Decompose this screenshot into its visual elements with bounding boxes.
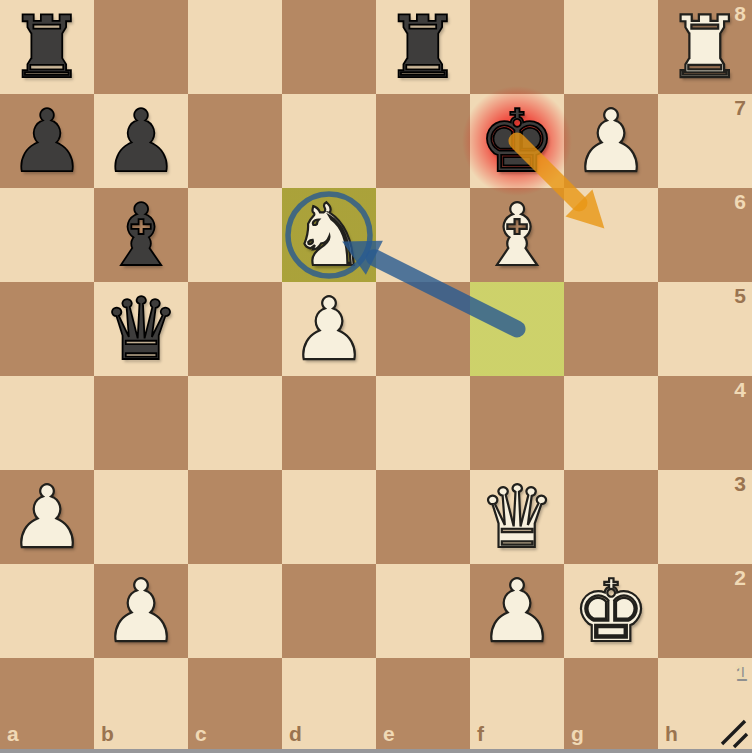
black-rook-a8[interactable]: ♜︎ xyxy=(0,0,94,94)
square-a3[interactable]: ♟︎ xyxy=(0,470,94,564)
square-g4[interactable] xyxy=(564,376,658,470)
square-b6[interactable]: ♝︎ xyxy=(94,188,188,282)
white-knight-d6[interactable]: ♞︎ xyxy=(282,188,376,282)
square-e1[interactable] xyxy=(376,658,470,752)
square-e4[interactable] xyxy=(376,376,470,470)
square-f8[interactable] xyxy=(470,0,564,94)
square-f6[interactable]: ♝︎ xyxy=(470,188,564,282)
square-f4[interactable] xyxy=(470,376,564,470)
square-a2[interactable] xyxy=(0,564,94,658)
square-e8[interactable]: ♜︎ xyxy=(376,0,470,94)
chess-board[interactable]: ♜︎♜︎♜︎♟︎♟︎♚︎♟︎♝︎♞︎♝︎♛︎♟︎♟︎♛︎♟︎♟︎♚︎876543… xyxy=(0,0,752,752)
square-h6[interactable] xyxy=(658,188,752,282)
square-c3[interactable] xyxy=(188,470,282,564)
square-h1[interactable] xyxy=(658,658,752,752)
square-g8[interactable] xyxy=(564,0,658,94)
white-pawn-b2[interactable]: ♟︎ xyxy=(94,564,188,658)
black-pawn-a7[interactable]: ♟︎ xyxy=(0,94,94,188)
white-rook-h8[interactable]: ♜︎ xyxy=(658,0,752,94)
square-e3[interactable] xyxy=(376,470,470,564)
square-h2[interactable] xyxy=(658,564,752,658)
square-f5[interactable] xyxy=(470,282,564,376)
square-c2[interactable] xyxy=(188,564,282,658)
square-g3[interactable] xyxy=(564,470,658,564)
square-e7[interactable] xyxy=(376,94,470,188)
square-a4[interactable] xyxy=(0,376,94,470)
square-a5[interactable] xyxy=(0,282,94,376)
square-b5[interactable]: ♛︎ xyxy=(94,282,188,376)
square-c1[interactable] xyxy=(188,658,282,752)
black-bishop-b6[interactable]: ♝︎ xyxy=(94,188,188,282)
square-c7[interactable] xyxy=(188,94,282,188)
square-d8[interactable] xyxy=(282,0,376,94)
square-b7[interactable]: ♟︎ xyxy=(94,94,188,188)
square-e6[interactable] xyxy=(376,188,470,282)
square-d5[interactable]: ♟︎ xyxy=(282,282,376,376)
black-rook-e8[interactable]: ♜︎ xyxy=(376,0,470,94)
square-b3[interactable] xyxy=(94,470,188,564)
white-queen-f3[interactable]: ♛︎ xyxy=(470,470,564,564)
chess-board-page: ♜︎♜︎♜︎♟︎♟︎♚︎♟︎♝︎♞︎♝︎♛︎♟︎♟︎♛︎♟︎♟︎♚︎876543… xyxy=(0,0,752,753)
square-e5[interactable] xyxy=(376,282,470,376)
square-c8[interactable] xyxy=(188,0,282,94)
white-pawn-f2[interactable]: ♟︎ xyxy=(470,564,564,658)
square-d6[interactable]: ♞︎ xyxy=(282,188,376,282)
white-pawn-g7[interactable]: ♟︎ xyxy=(564,94,658,188)
white-king-g2[interactable]: ♚︎ xyxy=(564,564,658,658)
square-g1[interactable] xyxy=(564,658,658,752)
square-g2[interactable]: ♚︎ xyxy=(564,564,658,658)
square-d1[interactable] xyxy=(282,658,376,752)
black-pawn-b7[interactable]: ♟︎ xyxy=(94,94,188,188)
square-d3[interactable] xyxy=(282,470,376,564)
square-a6[interactable] xyxy=(0,188,94,282)
square-b8[interactable] xyxy=(94,0,188,94)
square-b1[interactable] xyxy=(94,658,188,752)
square-d7[interactable] xyxy=(282,94,376,188)
square-d4[interactable] xyxy=(282,376,376,470)
square-g5[interactable] xyxy=(564,282,658,376)
square-a1[interactable] xyxy=(0,658,94,752)
square-h3[interactable] xyxy=(658,470,752,564)
square-h7[interactable] xyxy=(658,94,752,188)
white-pawn-a3[interactable]: ♟︎ xyxy=(0,470,94,564)
board-bottom-edge xyxy=(0,749,752,753)
white-pawn-d5[interactable]: ♟︎ xyxy=(282,282,376,376)
square-b4[interactable] xyxy=(94,376,188,470)
square-f1[interactable] xyxy=(470,658,564,752)
square-c6[interactable] xyxy=(188,188,282,282)
square-e2[interactable] xyxy=(376,564,470,658)
square-h8[interactable]: ♜︎ xyxy=(658,0,752,94)
square-f3[interactable]: ♛︎ xyxy=(470,470,564,564)
square-b2[interactable]: ♟︎ xyxy=(94,564,188,658)
square-d2[interactable] xyxy=(282,564,376,658)
square-a8[interactable]: ♜︎ xyxy=(0,0,94,94)
square-h4[interactable] xyxy=(658,376,752,470)
square-f2[interactable]: ♟︎ xyxy=(470,564,564,658)
square-a7[interactable]: ♟︎ xyxy=(0,94,94,188)
black-queen-b5[interactable]: ♛︎ xyxy=(94,282,188,376)
black-king-f7[interactable]: ♚︎ xyxy=(470,94,564,188)
square-f7[interactable]: ♚︎ xyxy=(470,94,564,188)
square-h5[interactable] xyxy=(658,282,752,376)
square-c4[interactable] xyxy=(188,376,282,470)
white-bishop-f6[interactable]: ♝︎ xyxy=(470,188,564,282)
square-g7[interactable]: ♟︎ xyxy=(564,94,658,188)
square-g6[interactable] xyxy=(564,188,658,282)
square-c5[interactable] xyxy=(188,282,282,376)
